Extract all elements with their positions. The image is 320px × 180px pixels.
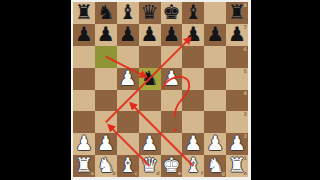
square-d3[interactable]: [139, 111, 161, 133]
white-piece-p-a2[interactable]: ♟: [73, 132, 95, 154]
file-label-h: h: [243, 171, 247, 176]
rank-label-7: 7: [244, 25, 247, 30]
black-piece-p-f7[interactable]: ♟: [182, 23, 204, 45]
square-a5[interactable]: [73, 68, 95, 90]
square-e5[interactable]: ♟: [161, 68, 183, 90]
square-b2[interactable]: ♟: [95, 133, 117, 155]
square-a6[interactable]: [73, 46, 95, 68]
file-label-f: f: [201, 171, 203, 176]
black-piece-p-a7[interactable]: ♟: [73, 23, 95, 45]
square-h4[interactable]: 4: [226, 90, 248, 112]
square-b6[interactable]: [95, 46, 117, 68]
file-label-b: b: [112, 171, 116, 176]
white-piece-p-d2[interactable]: ♟: [139, 132, 161, 154]
rank-label-8: 8: [244, 3, 247, 8]
rank-label-5: 5: [244, 69, 247, 74]
rank-label-3: 3: [244, 112, 247, 117]
square-g3[interactable]: [204, 111, 226, 133]
black-piece-k-e8[interactable]: ♚: [161, 1, 183, 23]
white-piece-p-f2[interactable]: ♟: [182, 132, 204, 154]
square-e1[interactable]: ♚e: [161, 155, 183, 177]
square-c3[interactable]: [117, 111, 139, 133]
board-frame: ♜♞♝♛♚♝♜8♟♟♟♟♟♟♟♟76♟♞♟543♟♟♟♟♟♟2♜a♞b♝c♛d♚…: [71, 0, 251, 180]
rank-label-2: 2: [244, 134, 247, 139]
square-h1[interactable]: ♜1h: [226, 155, 248, 177]
square-e6[interactable]: [161, 46, 183, 68]
file-label-d: d: [156, 171, 160, 176]
square-d5[interactable]: ♞: [139, 68, 161, 90]
file-label-e: e: [178, 171, 181, 176]
square-e7[interactable]: ♟: [161, 24, 183, 46]
square-a2[interactable]: ♟: [73, 133, 95, 155]
square-c7[interactable]: ♟: [117, 24, 139, 46]
black-piece-n-b8[interactable]: ♞: [95, 1, 117, 23]
square-g7[interactable]: ♟: [204, 24, 226, 46]
black-piece-p-c7[interactable]: ♟: [117, 23, 139, 45]
file-label-g: g: [222, 171, 226, 176]
file-label-a: a: [91, 171, 94, 176]
white-piece-p-g2[interactable]: ♟: [204, 132, 226, 154]
square-c6[interactable]: [117, 46, 139, 68]
square-d1[interactable]: ♛d: [139, 155, 161, 177]
square-a4[interactable]: [73, 90, 95, 112]
square-a1[interactable]: ♜a: [73, 155, 95, 177]
square-f3[interactable]: [182, 111, 204, 133]
square-b8[interactable]: ♞: [95, 2, 117, 24]
square-f5[interactable]: [182, 68, 204, 90]
white-piece-p-b2[interactable]: ♟: [95, 132, 117, 154]
rank-label-6: 6: [244, 47, 247, 52]
black-piece-b-f8[interactable]: ♝: [182, 1, 204, 23]
square-b7[interactable]: ♟: [95, 24, 117, 46]
square-e4[interactable]: [161, 90, 183, 112]
square-e2[interactable]: [161, 133, 183, 155]
square-g4[interactable]: [204, 90, 226, 112]
square-g6[interactable]: [204, 46, 226, 68]
square-b3[interactable]: [95, 111, 117, 133]
black-piece-q-d8[interactable]: ♛: [139, 1, 161, 23]
square-h5[interactable]: 5: [226, 68, 248, 90]
white-piece-p-c5[interactable]: ♟: [117, 67, 139, 89]
square-d7[interactable]: ♟: [139, 24, 161, 46]
black-piece-r-a8[interactable]: ♜: [73, 1, 95, 23]
square-e8[interactable]: ♚: [161, 2, 183, 24]
square-g5[interactable]: [204, 68, 226, 90]
square-g1[interactable]: ♞g: [204, 155, 226, 177]
square-c1[interactable]: ♝c: [117, 155, 139, 177]
black-piece-b-c8[interactable]: ♝: [117, 1, 139, 23]
black-piece-n-d5[interactable]: ♞: [139, 67, 161, 89]
square-b5[interactable]: [95, 68, 117, 90]
square-c5[interactable]: ♟: [117, 68, 139, 90]
rank-label-1: 1: [244, 156, 247, 161]
black-piece-p-g7[interactable]: ♟: [204, 23, 226, 45]
square-h8[interactable]: ♜8: [226, 2, 248, 24]
square-a3[interactable]: [73, 111, 95, 133]
square-a8[interactable]: ♜: [73, 2, 95, 24]
square-g8[interactable]: [204, 2, 226, 24]
letterboxed-stage: ♜♞♝♛♚♝♜8♟♟♟♟♟♟♟♟76♟♞♟543♟♟♟♟♟♟2♜a♞b♝c♛d♚…: [0, 0, 320, 180]
square-d6[interactable]: [139, 46, 161, 68]
square-g2[interactable]: ♟: [204, 133, 226, 155]
square-f4[interactable]: [182, 90, 204, 112]
white-piece-p-e5[interactable]: ♟: [161, 67, 183, 89]
square-h3[interactable]: 3: [226, 111, 248, 133]
square-b4[interactable]: [95, 90, 117, 112]
chess-board[interactable]: ♜♞♝♛♚♝♜8♟♟♟♟♟♟♟♟76♟♞♟543♟♟♟♟♟♟2♜a♞b♝c♛d♚…: [73, 2, 248, 177]
square-d4[interactable]: [139, 90, 161, 112]
square-a7[interactable]: ♟: [73, 24, 95, 46]
square-b1[interactable]: ♞b: [95, 155, 117, 177]
black-piece-p-d7[interactable]: ♟: [139, 23, 161, 45]
square-d8[interactable]: ♛: [139, 2, 161, 24]
black-piece-p-e7[interactable]: ♟: [161, 23, 183, 45]
black-piece-p-b7[interactable]: ♟: [95, 23, 117, 45]
square-f1[interactable]: ♝f: [182, 155, 204, 177]
square-f2[interactable]: ♟: [182, 133, 204, 155]
square-e3[interactable]: [161, 111, 183, 133]
square-f6[interactable]: [182, 46, 204, 68]
square-f8[interactable]: ♝: [182, 2, 204, 24]
square-d2[interactable]: ♟: [139, 133, 161, 155]
rank-label-4: 4: [244, 91, 247, 96]
square-h2[interactable]: ♟2: [226, 133, 248, 155]
square-h7[interactable]: ♟7: [226, 24, 248, 46]
file-label-c: c: [135, 171, 138, 176]
square-f7[interactable]: ♟: [182, 24, 204, 46]
square-c2[interactable]: [117, 133, 139, 155]
square-c4[interactable]: [117, 90, 139, 112]
square-h6[interactable]: 6: [226, 46, 248, 68]
square-c8[interactable]: ♝: [117, 2, 139, 24]
